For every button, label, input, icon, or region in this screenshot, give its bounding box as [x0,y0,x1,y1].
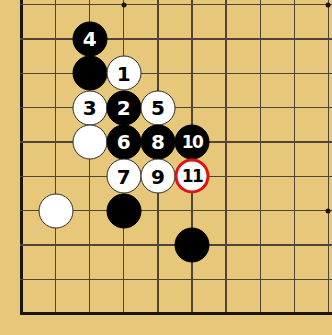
stone-black-F6[interactable]: 10 [175,124,210,159]
stone-black-E6[interactable]: 8 [140,124,175,159]
stone-black-C9[interactable]: 4 [72,21,107,56]
stone-white-F5-last-move[interactable]: 11 [175,159,210,194]
stone-white-B4[interactable] [38,193,73,228]
stone-white-D8[interactable]: 1 [106,56,141,91]
stone-white-C7[interactable]: 3 [72,90,107,125]
stone-white-C6[interactable] [72,124,107,159]
stone-black-D4[interactable] [106,193,141,228]
stone-white-E7[interactable]: 5 [140,90,175,125]
stone-white-D5[interactable]: 7 [106,159,141,194]
stones-layer: 4132568107911 [0,0,332,335]
stone-white-E5[interactable]: 9 [140,159,175,194]
go-board[interactable]: 4132568107911 [0,0,332,335]
stone-black-C8[interactable] [72,56,107,91]
stone-black-D7[interactable]: 2 [106,90,141,125]
stone-black-D6[interactable]: 6 [106,124,141,159]
stone-black-F3[interactable] [175,227,210,262]
